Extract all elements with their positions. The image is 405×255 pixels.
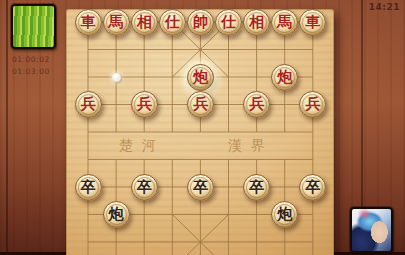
piece-卒-black[interactable]: 卒 bbox=[299, 174, 326, 201]
piece-卒-black[interactable]: 卒 bbox=[243, 174, 270, 201]
piece-馬-red[interactable]: 馬 bbox=[103, 9, 130, 36]
piece-兵-red[interactable]: 兵 bbox=[131, 91, 158, 118]
piece-卒-black[interactable]: 卒 bbox=[131, 174, 158, 201]
piece-卒-black[interactable]: 卒 bbox=[187, 174, 214, 201]
game-stage: 14:21 01:00:02 01:03:00 bbox=[0, 0, 405, 255]
xiangqi-board[interactable]: 楚河 漢界 車馬相仕帥仕相馬車炮炮兵兵兵兵兵卒卒卒卒卒炮炮 bbox=[66, 9, 334, 255]
piece-兵-red[interactable]: 兵 bbox=[187, 91, 214, 118]
player-avatar-bottom[interactable] bbox=[350, 207, 393, 253]
piece-卒-black[interactable]: 卒 bbox=[75, 174, 102, 201]
piece-炮-red[interactable]: 炮 bbox=[187, 64, 214, 91]
last-move-origin-marker bbox=[112, 73, 121, 82]
piece-炮-red[interactable]: 炮 bbox=[271, 64, 298, 91]
piece-仕-red[interactable]: 仕 bbox=[159, 9, 186, 36]
piece-相-red[interactable]: 相 bbox=[131, 9, 158, 36]
timer-move: 01:03:00 bbox=[12, 67, 50, 76]
piece-兵-red[interactable]: 兵 bbox=[243, 91, 270, 118]
player-avatar-top[interactable] bbox=[11, 4, 56, 49]
piece-相-red[interactable]: 相 bbox=[243, 9, 270, 36]
piece-兵-red[interactable]: 兵 bbox=[75, 91, 102, 118]
piece-仕-red[interactable]: 仕 bbox=[215, 9, 242, 36]
wood-plank-seam bbox=[6, 0, 8, 255]
piece-馬-red[interactable]: 馬 bbox=[271, 9, 298, 36]
river-label-right: 漢界 bbox=[228, 137, 274, 155]
timer-total: 01:00:02 bbox=[12, 55, 50, 64]
piece-炮-black[interactable]: 炮 bbox=[103, 201, 130, 228]
piece-帥-red[interactable]: 帥 bbox=[187, 9, 214, 36]
piece-車-red[interactable]: 車 bbox=[75, 9, 102, 36]
piece-炮-black[interactable]: 炮 bbox=[271, 201, 298, 228]
system-clock: 14:21 bbox=[369, 2, 400, 12]
piece-車-red[interactable]: 車 bbox=[299, 9, 326, 36]
river-label-left: 楚河 bbox=[119, 137, 165, 155]
